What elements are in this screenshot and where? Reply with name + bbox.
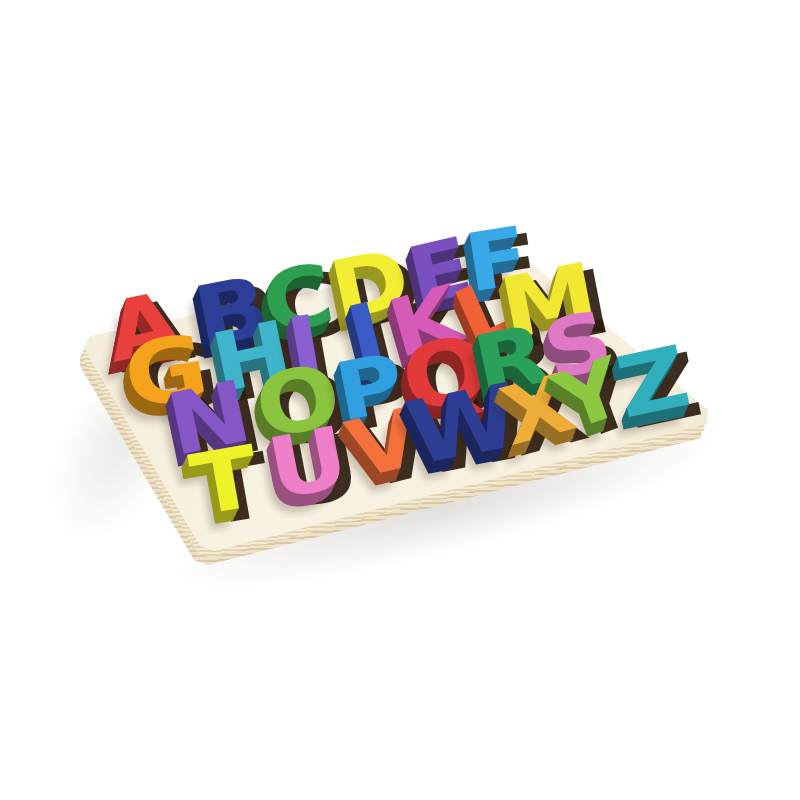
letter-piece-u[interactable]: U	[261, 414, 354, 512]
letter-piece-t[interactable]: T	[185, 434, 265, 529]
pieces-layer: ABCDEFGHIJKLMNOPQRSTUVWXYZABCDEFGHIJKLMN…	[0, 0, 800, 800]
product-photo-scene: ABCDEFGHIJKLMNOPQRSTUVWXYZABCDEFGHIJKLMN…	[0, 0, 800, 800]
